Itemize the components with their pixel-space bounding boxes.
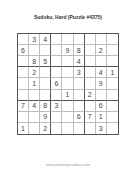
sudoku-cell-r4c6: 3 (74, 67, 85, 78)
sudoku-cell-r9c3: 2 (40, 123, 51, 134)
sudoku-cell-r5c1 (18, 78, 29, 89)
sudoku-cell-r3c4 (51, 56, 62, 67)
sudoku-cell-r2c9 (107, 45, 118, 56)
sudoku-cell-r2c4 (51, 45, 62, 56)
sudoku-cell-r5c9 (107, 78, 118, 89)
sudoku-cell-r9c9 (107, 123, 118, 134)
sudoku-cell-r2c1: 6 (18, 45, 29, 56)
sudoku-board: 346982854234116912748369671123 (17, 33, 119, 135)
sudoku-cell-r6c4 (51, 90, 62, 101)
sudoku-cell-r7c5 (62, 101, 73, 112)
sudoku-cell-r8c3: 9 (40, 112, 51, 123)
sudoku-cell-r7c8: 6 (96, 101, 107, 112)
sudoku-cell-r5c6 (74, 78, 85, 89)
sudoku-cell-r1c1 (18, 34, 29, 45)
sudoku-cell-r1c8 (96, 34, 107, 45)
sudoku-cell-r9c2 (29, 123, 40, 134)
sudoku-cell-r2c2 (29, 45, 40, 56)
sudoku-cell-r4c9: 1 (107, 67, 118, 78)
sudoku-cell-r5c4: 6 (51, 78, 62, 89)
sudoku-cell-r6c1 (18, 90, 29, 101)
sudoku-cell-r7c6 (74, 101, 85, 112)
sudoku-cell-r9c7 (85, 123, 96, 134)
sudoku-cell-r6c7: 2 (85, 90, 96, 101)
puzzle-title: Sudoku, Hard (Puzzle #4375) (0, 14, 136, 20)
sudoku-cell-r1c7 (85, 34, 96, 45)
sudoku-cell-r9c6 (74, 123, 85, 134)
sudoku-cell-r7c2: 4 (29, 101, 40, 112)
sudoku-cell-r8c9 (107, 112, 118, 123)
sudoku-cell-r6c5: 1 (62, 90, 73, 101)
sudoku-cell-r4c5 (62, 67, 73, 78)
sudoku-cell-r5c8: 9 (96, 78, 107, 89)
sudoku-cell-r1c6 (74, 34, 85, 45)
sudoku-cell-r6c9 (107, 90, 118, 101)
sudoku-cell-r8c5 (62, 112, 73, 123)
sudoku-cell-r8c7: 7 (85, 112, 96, 123)
sudoku-cell-r8c6: 6 (74, 112, 85, 123)
sudoku-cell-r1c4 (51, 34, 62, 45)
sudoku-cell-r4c7 (85, 67, 96, 78)
sudoku-cell-r3c3: 5 (40, 56, 51, 67)
sudoku-cell-r2c7 (85, 45, 96, 56)
sudoku-cell-r1c9 (107, 34, 118, 45)
sudoku-cell-r2c6: 8 (74, 45, 85, 56)
sudoku-cell-r7c3: 8 (40, 101, 51, 112)
sudoku-cell-r1c2: 3 (29, 34, 40, 45)
sudoku-cell-r4c8: 4 (96, 67, 107, 78)
sudoku-cell-r3c1 (18, 56, 29, 67)
sudoku-cell-r8c8: 1 (96, 112, 107, 123)
sudoku-cell-r4c3 (40, 67, 51, 78)
footer-url: www.printmysudoku.com (0, 162, 136, 167)
sudoku-cell-r9c5 (62, 123, 73, 134)
sudoku-cell-r4c2: 2 (29, 67, 40, 78)
sudoku-cell-r7c7 (85, 101, 96, 112)
sudoku-cell-r4c4 (51, 67, 62, 78)
sudoku-cell-r7c1: 7 (18, 101, 29, 112)
sudoku-cell-r6c6 (74, 90, 85, 101)
sudoku-cell-r9c1: 1 (18, 123, 29, 134)
sudoku-cell-r9c8: 3 (96, 123, 107, 134)
sudoku-cell-r7c9 (107, 101, 118, 112)
sudoku-cell-r8c1 (18, 112, 29, 123)
sudoku-cell-r5c7 (85, 78, 96, 89)
sudoku-cell-r1c5 (62, 34, 73, 45)
sudoku-cell-r4c1 (18, 67, 29, 78)
sudoku-cell-r3c2: 8 (29, 56, 40, 67)
sudoku-cell-r3c6: 4 (74, 56, 85, 67)
sudoku-cell-r6c2 (29, 90, 40, 101)
sudoku-cell-r8c4 (51, 112, 62, 123)
sudoku-cell-r7c4: 3 (51, 101, 62, 112)
sudoku-cell-r3c9 (107, 56, 118, 67)
sudoku-cell-r3c8 (96, 56, 107, 67)
sudoku-cell-r8c2 (29, 112, 40, 123)
sudoku-cell-r2c5: 9 (62, 45, 73, 56)
sudoku-cell-r2c8: 2 (96, 45, 107, 56)
sudoku-cell-r3c5 (62, 56, 73, 67)
sudoku-cell-r5c2: 1 (29, 78, 40, 89)
sudoku-cell-r6c8 (96, 90, 107, 101)
sudoku-cell-r5c3 (40, 78, 51, 89)
sudoku-cell-r6c3 (40, 90, 51, 101)
sudoku-cell-r9c4 (51, 123, 62, 134)
sudoku-page: Sudoku, Hard (Puzzle #4375) 346982854234… (0, 0, 136, 176)
sudoku-cell-r2c3 (40, 45, 51, 56)
sudoku-cell-r5c5 (62, 78, 73, 89)
sudoku-cell-r3c7 (85, 56, 96, 67)
sudoku-cell-r1c3: 4 (40, 34, 51, 45)
